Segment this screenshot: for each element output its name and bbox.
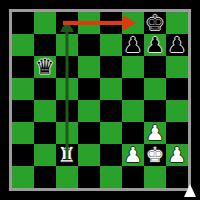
square-b6[interactable]: ♛	[34, 56, 56, 78]
square-b4[interactable]	[34, 100, 56, 122]
square-c4[interactable]	[56, 100, 78, 122]
square-f4[interactable]	[122, 100, 144, 122]
square-d1[interactable]	[78, 166, 100, 188]
square-f1[interactable]	[122, 166, 144, 188]
square-f3[interactable]	[122, 122, 144, 144]
square-f2[interactable]: ♟	[122, 144, 144, 166]
black-pawn-f7[interactable]: ♟	[124, 34, 143, 56]
square-b8[interactable]	[34, 12, 56, 34]
square-c3[interactable]	[56, 122, 78, 144]
square-g7[interactable]: ♟	[144, 34, 166, 56]
board-frame: ♚♟♟♟♛♟♜♟♚♟	[9, 9, 191, 191]
square-b7[interactable]	[34, 34, 56, 56]
white-pawn-h2[interactable]: ♟	[168, 144, 187, 166]
square-g4[interactable]	[144, 100, 166, 122]
square-d3[interactable]	[78, 122, 100, 144]
square-g6[interactable]	[144, 56, 166, 78]
white-pawn-f2[interactable]: ♟	[124, 144, 143, 166]
square-h2[interactable]: ♟	[166, 144, 188, 166]
square-c5[interactable]	[56, 78, 78, 100]
square-e8[interactable]	[100, 12, 122, 34]
square-c1[interactable]	[56, 166, 78, 188]
square-d7[interactable]	[78, 34, 100, 56]
black-pawn-g7[interactable]: ♟	[146, 34, 165, 56]
black-queen-b6[interactable]: ♛	[36, 56, 55, 78]
square-e4[interactable]	[100, 100, 122, 122]
square-g5[interactable]	[144, 78, 166, 100]
square-a6[interactable]	[12, 56, 34, 78]
square-a5[interactable]	[12, 78, 34, 100]
square-h8[interactable]	[166, 12, 188, 34]
square-c2[interactable]: ♜	[56, 144, 78, 166]
square-a8[interactable]	[12, 12, 34, 34]
square-c6[interactable]	[56, 56, 78, 78]
square-b3[interactable]	[34, 122, 56, 144]
square-d5[interactable]	[78, 78, 100, 100]
square-a2[interactable]	[12, 144, 34, 166]
square-e1[interactable]	[100, 166, 122, 188]
square-d6[interactable]	[78, 56, 100, 78]
square-c8[interactable]	[56, 12, 78, 34]
square-a7[interactable]	[12, 34, 34, 56]
square-h6[interactable]	[166, 56, 188, 78]
square-f8[interactable]	[122, 12, 144, 34]
square-g3[interactable]: ♟	[144, 122, 166, 144]
square-c7[interactable]	[56, 34, 78, 56]
square-b2[interactable]	[34, 144, 56, 166]
square-g1[interactable]	[144, 166, 166, 188]
square-f7[interactable]: ♟	[122, 34, 144, 56]
chess-board[interactable]: ♚♟♟♟♛♟♜♟♚♟	[12, 12, 188, 188]
square-h5[interactable]	[166, 78, 188, 100]
square-f6[interactable]	[122, 56, 144, 78]
square-h3[interactable]	[166, 122, 188, 144]
square-g2[interactable]: ♚	[144, 144, 166, 166]
square-h7[interactable]: ♟	[166, 34, 188, 56]
white-pawn-g3[interactable]: ♟	[146, 122, 165, 144]
square-e5[interactable]	[100, 78, 122, 100]
square-d2[interactable]	[78, 144, 100, 166]
square-b1[interactable]	[34, 166, 56, 188]
chess-app: ♚♟♟♟♛♟♜♟♚♟	[0, 0, 200, 200]
square-a1[interactable]	[12, 166, 34, 188]
square-e3[interactable]	[100, 122, 122, 144]
square-g8[interactable]: ♚	[144, 12, 166, 34]
square-d4[interactable]	[78, 100, 100, 122]
square-e6[interactable]	[100, 56, 122, 78]
square-a3[interactable]	[12, 122, 34, 144]
square-a4[interactable]	[12, 100, 34, 122]
white-to-move-triangle-icon	[184, 184, 196, 197]
white-king-g2[interactable]: ♚	[146, 144, 165, 166]
square-d8[interactable]	[78, 12, 100, 34]
square-e2[interactable]	[100, 144, 122, 166]
white-rook-c2[interactable]: ♜	[58, 144, 77, 166]
black-king-g8[interactable]: ♚	[146, 12, 165, 34]
black-pawn-h7[interactable]: ♟	[168, 34, 187, 56]
square-e7[interactable]	[100, 34, 122, 56]
square-h4[interactable]	[166, 100, 188, 122]
square-b5[interactable]	[34, 78, 56, 100]
square-f5[interactable]	[122, 78, 144, 100]
